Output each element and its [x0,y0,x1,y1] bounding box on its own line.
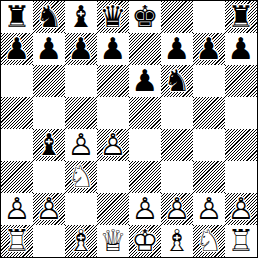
piece-glyph: ♙ [1,193,33,225]
square-h4[interactable] [225,129,257,161]
square-a5[interactable] [1,97,33,129]
square-c4[interactable]: ♟♙ [65,129,97,161]
white-queen-d1: ♛♕ [97,225,129,257]
square-a3[interactable] [1,161,33,193]
square-d5[interactable] [97,97,129,129]
square-g6[interactable] [193,65,225,97]
white-pawn-b2: ♟♙ [33,193,65,225]
square-b7[interactable]: ♟♟ [33,33,65,65]
square-f6[interactable]: ♞♞ [161,65,193,97]
square-h5[interactable] [225,97,257,129]
square-c3[interactable]: ♞♘ [65,161,97,193]
square-a8[interactable]: ♜♜ [1,1,33,33]
piece-glyph: ♟ [65,33,97,65]
black-pawn-d7: ♟♟ [97,33,129,65]
square-e4[interactable] [129,129,161,161]
square-g5[interactable] [193,97,225,129]
piece-glyph: ♘ [193,225,225,257]
square-a4[interactable] [1,129,33,161]
square-f5[interactable] [161,97,193,129]
square-d3[interactable] [97,161,129,193]
square-a2[interactable]: ♟♙ [1,193,33,225]
white-pawn-h2: ♟♙ [225,193,257,225]
white-pawn-f2: ♟♙ [161,193,193,225]
square-a6[interactable] [1,65,33,97]
black-pawn-h7: ♟♟ [225,33,257,65]
square-f7[interactable]: ♟♟ [161,33,193,65]
square-d6[interactable] [97,65,129,97]
piece-glyph: ♝ [65,1,97,33]
white-knight-g1: ♞♘ [193,225,225,257]
black-pawn-a7: ♟♟ [1,33,33,65]
square-e7[interactable] [129,33,161,65]
black-bishop-b4: ♝♝ [33,129,65,161]
square-b2[interactable]: ♟♙ [33,193,65,225]
square-f3[interactable] [161,161,193,193]
square-b4[interactable]: ♝♝ [33,129,65,161]
white-king-e1: ♚♔ [129,225,161,257]
white-bishop-f1: ♝♗ [161,225,193,257]
square-b8[interactable]: ♞♞ [33,1,65,33]
black-rook-h8: ♜♜ [225,1,257,33]
piece-glyph: ♜ [1,1,33,33]
square-d4[interactable]: ♟♙ [97,129,129,161]
piece-glyph: ♙ [225,193,257,225]
square-d7[interactable]: ♟♟ [97,33,129,65]
square-e8[interactable]: ♚♚ [129,1,161,33]
square-g1[interactable]: ♞♘ [193,225,225,257]
square-c6[interactable] [65,65,97,97]
white-pawn-e2: ♟♙ [129,193,161,225]
black-pawn-c7: ♟♟ [65,33,97,65]
white-bishop-c1: ♝♗ [65,225,97,257]
piece-glyph: ♛ [97,1,129,33]
square-h1[interactable]: ♜♖ [225,225,257,257]
black-king-e8: ♚♚ [129,1,161,33]
black-knight-b8: ♞♞ [33,1,65,33]
piece-glyph: ♔ [129,225,161,257]
chess-board: ♜♜♞♞♝♝♛♛♚♚♜♜♟♟♟♟♟♟♟♟♟♟♟♟♟♟♟♟♞♞♝♝♟♙♟♙♞♘♟♙… [0,0,258,258]
square-e1[interactable]: ♚♔ [129,225,161,257]
black-bishop-c8: ♝♝ [65,1,97,33]
square-b6[interactable] [33,65,65,97]
piece-glyph: ♖ [225,225,257,257]
square-h7[interactable]: ♟♟ [225,33,257,65]
black-pawn-e6: ♟♟ [129,65,161,97]
square-c8[interactable]: ♝♝ [65,1,97,33]
piece-glyph: ♙ [65,129,97,161]
square-c2[interactable] [65,193,97,225]
piece-glyph: ♟ [225,33,257,65]
piece-glyph: ♘ [65,161,97,193]
square-g4[interactable] [193,129,225,161]
square-b3[interactable] [33,161,65,193]
piece-glyph: ♞ [33,1,65,33]
piece-glyph: ♗ [65,225,97,257]
black-rook-a8: ♜♜ [1,1,33,33]
square-c7[interactable]: ♟♟ [65,33,97,65]
square-b5[interactable] [33,97,65,129]
piece-glyph: ♟ [129,65,161,97]
black-knight-f6: ♞♞ [161,65,193,97]
piece-glyph: ♙ [193,193,225,225]
square-e3[interactable] [129,161,161,193]
square-c1[interactable]: ♝♗ [65,225,97,257]
square-d2[interactable] [97,193,129,225]
square-b1[interactable] [33,225,65,257]
piece-glyph: ♖ [1,225,33,257]
black-pawn-g7: ♟♟ [193,33,225,65]
piece-glyph: ♗ [161,225,193,257]
piece-glyph: ♙ [33,193,65,225]
square-g8[interactable] [193,1,225,33]
piece-glyph: ♙ [161,193,193,225]
piece-glyph: ♟ [1,33,33,65]
piece-glyph: ♞ [161,65,193,97]
square-f4[interactable] [161,129,193,161]
piece-glyph: ♟ [97,33,129,65]
black-queen-d8: ♛♛ [97,1,129,33]
piece-glyph: ♕ [97,225,129,257]
square-h6[interactable] [225,65,257,97]
piece-glyph: ♟ [193,33,225,65]
square-e2[interactable]: ♟♙ [129,193,161,225]
piece-glyph: ♝ [33,129,65,161]
piece-glyph: ♚ [129,1,161,33]
square-f2[interactable]: ♟♙ [161,193,193,225]
square-g2[interactable]: ♟♙ [193,193,225,225]
square-h3[interactable] [225,161,257,193]
square-e6[interactable]: ♟♟ [129,65,161,97]
square-g3[interactable] [193,161,225,193]
white-pawn-g2: ♟♙ [193,193,225,225]
square-a7[interactable]: ♟♟ [1,33,33,65]
white-pawn-c4: ♟♙ [65,129,97,161]
square-f8[interactable] [161,1,193,33]
square-a1[interactable]: ♜♖ [1,225,33,257]
piece-glyph: ♟ [33,33,65,65]
square-d8[interactable]: ♛♛ [97,1,129,33]
black-pawn-f7: ♟♟ [161,33,193,65]
square-d1[interactable]: ♛♕ [97,225,129,257]
white-knight-c3: ♞♘ [65,161,97,193]
white-rook-h1: ♜♖ [225,225,257,257]
piece-glyph: ♜ [225,1,257,33]
piece-glyph: ♙ [97,129,129,161]
black-pawn-b7: ♟♟ [33,33,65,65]
square-h8[interactable]: ♜♜ [225,1,257,33]
square-f1[interactable]: ♝♗ [161,225,193,257]
square-g7[interactable]: ♟♟ [193,33,225,65]
white-pawn-a2: ♟♙ [1,193,33,225]
piece-glyph: ♙ [129,193,161,225]
square-h2[interactable]: ♟♙ [225,193,257,225]
white-pawn-d4: ♟♙ [97,129,129,161]
white-rook-a1: ♜♖ [1,225,33,257]
square-c5[interactable] [65,97,97,129]
square-e5[interactable] [129,97,161,129]
piece-glyph: ♟ [161,33,193,65]
